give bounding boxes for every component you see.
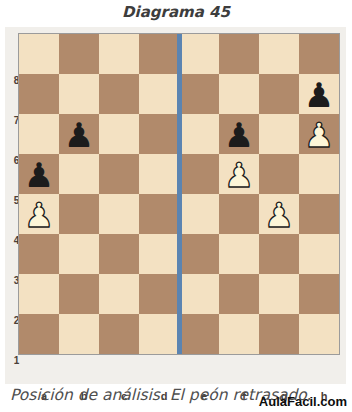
square-e1 — [179, 314, 219, 354]
square-a4: ♟ — [19, 194, 59, 234]
square-d8 — [139, 34, 179, 74]
square-g3 — [259, 234, 299, 274]
square-g4: ♟ — [259, 194, 299, 234]
square-h8 — [299, 34, 339, 74]
square-b7 — [59, 74, 99, 114]
square-e4 — [179, 194, 219, 234]
square-b2 — [59, 274, 99, 314]
square-c1 — [99, 314, 139, 354]
square-a8 — [19, 34, 59, 74]
square-g5 — [259, 154, 299, 194]
square-b8 — [59, 34, 99, 74]
square-b5 — [59, 154, 99, 194]
square-f1 — [219, 314, 259, 354]
chess-diagram-page: Diagrama 45 87654321 abcdefgh ♟♟♟♟♟♟♟♟ P… — [0, 0, 352, 412]
piece-white-pawn-a4: ♟ — [19, 194, 59, 234]
square-c2 — [99, 274, 139, 314]
piece-black-pawn-a5: ♟ — [19, 154, 59, 194]
square-d7 — [139, 74, 179, 114]
square-a1 — [19, 314, 59, 354]
square-e7 — [179, 74, 219, 114]
square-f3 — [219, 234, 259, 274]
square-g2 — [259, 274, 299, 314]
diagram-title: Diagrama 45 — [0, 3, 352, 21]
square-f7 — [219, 74, 259, 114]
square-d6 — [139, 114, 179, 154]
square-a2 — [19, 274, 59, 314]
square-f8 — [219, 34, 259, 74]
square-h1 — [299, 314, 339, 354]
watermark-aulafacil: AulaFacil.com — [259, 394, 347, 409]
piece-white-pawn-g4: ♟ — [259, 194, 299, 234]
square-f6: ♟ — [219, 114, 259, 154]
square-e8 — [179, 34, 219, 74]
piece-black-pawn-b6: ♟ — [59, 114, 99, 154]
piece-white-pawn-f5: ♟ — [219, 154, 259, 194]
piece-black-pawn-h7: ♟ — [299, 74, 339, 114]
square-c7 — [99, 74, 139, 114]
square-b1 — [59, 314, 99, 354]
board-divider-line — [177, 34, 182, 354]
piece-white-pawn-h6: ♟ — [299, 114, 339, 154]
square-f2 — [219, 274, 259, 314]
square-c6 — [99, 114, 139, 154]
square-b6: ♟ — [59, 114, 99, 154]
square-a3 — [19, 234, 59, 274]
square-a6 — [19, 114, 59, 154]
square-c8 — [99, 34, 139, 74]
square-d3 — [139, 234, 179, 274]
square-b3 — [59, 234, 99, 274]
square-f4 — [219, 194, 259, 234]
square-c5 — [99, 154, 139, 194]
square-d2 — [139, 274, 179, 314]
square-c3 — [99, 234, 139, 274]
square-f5: ♟ — [219, 154, 259, 194]
square-h7: ♟ — [299, 74, 339, 114]
square-h5 — [299, 154, 339, 194]
square-h2 — [299, 274, 339, 314]
square-h4 — [299, 194, 339, 234]
square-c4 — [99, 194, 139, 234]
square-g6 — [259, 114, 299, 154]
square-g8 — [259, 34, 299, 74]
square-d5 — [139, 154, 179, 194]
square-e2 — [179, 274, 219, 314]
square-b4 — [59, 194, 99, 234]
square-d1 — [139, 314, 179, 354]
square-a7 — [19, 74, 59, 114]
square-g7 — [259, 74, 299, 114]
square-h6: ♟ — [299, 114, 339, 154]
square-g1 — [259, 314, 299, 354]
square-a5: ♟ — [19, 154, 59, 194]
square-e3 — [179, 234, 219, 274]
square-h3 — [299, 234, 339, 274]
square-e6 — [179, 114, 219, 154]
piece-black-pawn-f6: ♟ — [219, 114, 259, 154]
square-d4 — [139, 194, 179, 234]
square-e5 — [179, 154, 219, 194]
